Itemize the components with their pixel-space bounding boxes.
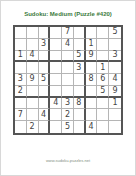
cell-r7c5-given: 3 <box>62 98 74 110</box>
cell-r6c4-empty[interactable] <box>50 86 62 98</box>
cell-r1c2-empty[interactable] <box>27 27 39 39</box>
cell-r8c6-empty[interactable] <box>74 109 86 121</box>
cell-r6c7-empty[interactable] <box>86 86 98 98</box>
cell-r5c9-given: 4 <box>109 74 121 86</box>
cell-r4c4-empty[interactable] <box>50 62 62 74</box>
cell-r6c6-empty[interactable] <box>74 86 86 98</box>
cell-r3c2-given: 4 <box>27 51 39 63</box>
cell-r9c3-empty[interactable] <box>39 121 51 133</box>
cell-r3c8-empty[interactable] <box>97 51 109 63</box>
cell-r7c3-empty[interactable] <box>39 98 51 110</box>
cell-r6c2-empty[interactable] <box>27 86 39 98</box>
cell-r8c2-empty[interactable] <box>27 109 39 121</box>
cell-r4c6-given: 3 <box>74 62 86 74</box>
cell-r1c6-empty[interactable] <box>74 27 86 39</box>
cell-r1c8-empty[interactable] <box>97 27 109 39</box>
cell-r3c7-given: 9 <box>86 51 98 63</box>
cell-r1c3-empty[interactable] <box>39 27 51 39</box>
cell-r6c9-given: 9 <box>109 86 121 98</box>
cell-r5c6-empty[interactable] <box>74 74 86 86</box>
cell-r3c5-empty[interactable] <box>62 51 74 63</box>
cell-r9c2-given: 2 <box>27 121 39 133</box>
cell-r4c1-empty[interactable] <box>15 62 27 74</box>
cell-r4c8-given: 1 <box>97 62 109 74</box>
cell-r4c2-empty[interactable] <box>27 62 39 74</box>
cell-r8c7-empty[interactable] <box>86 109 98 121</box>
cell-r6c3-empty[interactable] <box>39 86 51 98</box>
cell-r7c8-empty[interactable] <box>97 98 109 110</box>
cell-r2c5-given: 4 <box>62 39 74 51</box>
cell-r9c1-empty[interactable] <box>15 121 27 133</box>
cell-r2c8-empty[interactable] <box>97 39 109 51</box>
cell-r5c4-empty[interactable] <box>50 74 62 86</box>
cell-r8c9-empty[interactable] <box>109 109 121 121</box>
cell-r9c9-empty[interactable] <box>109 121 121 133</box>
cell-r1c9-given: 5 <box>109 27 121 39</box>
cell-r2c6-empty[interactable] <box>74 39 86 51</box>
cell-r1c7-empty[interactable] <box>86 27 98 39</box>
cell-r4c3-empty[interactable] <box>39 62 51 74</box>
cell-r9c8-empty[interactable] <box>97 121 109 133</box>
cell-r7c7-empty[interactable] <box>86 98 98 110</box>
cell-r2c1-empty[interactable] <box>15 39 27 51</box>
cell-r3c6-given: 5 <box>74 51 86 63</box>
cell-r7c9-given: 1 <box>109 98 121 110</box>
cell-r7c1-empty[interactable] <box>15 98 27 110</box>
cell-r6c8-given: 5 <box>97 86 109 98</box>
cell-r3c4-empty[interactable] <box>50 51 62 63</box>
cell-r2c3-given: 3 <box>39 39 51 51</box>
cell-r6c5-empty[interactable] <box>62 86 74 98</box>
cell-r4c7-empty[interactable] <box>86 62 98 74</box>
cell-r2c7-given: 1 <box>86 39 98 51</box>
cell-r6c1-given: 2 <box>15 86 27 98</box>
cell-r8c1-given: 7 <box>15 109 27 121</box>
cell-r9c4-empty[interactable] <box>50 121 62 133</box>
cell-r2c2-empty[interactable] <box>27 39 39 51</box>
cell-r5c1-given: 3 <box>15 74 27 86</box>
cell-r9c5-given: 5 <box>62 121 74 133</box>
cell-r7c6-given: 8 <box>74 98 86 110</box>
cell-r1c5-given: 7 <box>62 27 74 39</box>
cell-r3c9-given: 3 <box>109 51 121 63</box>
cell-r3c1-given: 1 <box>15 51 27 63</box>
page-title: Sudoku: Medium (Puzzle #420) <box>1 1 135 17</box>
cell-r2c4-empty[interactable] <box>50 39 62 51</box>
cell-r9c6-empty[interactable] <box>74 121 86 133</box>
cell-r1c1-empty[interactable] <box>15 27 27 39</box>
cell-r4c9-empty[interactable] <box>109 62 121 74</box>
cell-r1c4-empty[interactable] <box>50 27 62 39</box>
cell-r5c2-given: 9 <box>27 74 39 86</box>
cell-r3c3-empty[interactable] <box>39 51 51 63</box>
cell-r7c2-empty[interactable] <box>27 98 39 110</box>
cell-r5c8-given: 6 <box>97 74 109 86</box>
cell-r7c4-given: 4 <box>50 98 62 110</box>
cell-r8c8-empty[interactable] <box>97 109 109 121</box>
cell-r5c3-given: 5 <box>39 74 51 86</box>
cell-r4c5-empty[interactable] <box>62 62 74 74</box>
sudoku-board: 7534114593313958642594381742254 <box>13 25 123 135</box>
cell-r8c3-given: 4 <box>39 109 51 121</box>
puzzle-page: Sudoku: Medium (Puzzle #420) 75341145933… <box>0 0 136 176</box>
footer-url: www.sudoku-puzzles.net <box>1 159 135 163</box>
cell-r5c7-given: 8 <box>86 74 98 86</box>
cell-r8c5-given: 2 <box>62 109 74 121</box>
cell-r9c7-given: 4 <box>86 121 98 133</box>
cell-r2c9-empty[interactable] <box>109 39 121 51</box>
cell-r8c4-empty[interactable] <box>50 109 62 121</box>
cell-r5c5-empty[interactable] <box>62 74 74 86</box>
